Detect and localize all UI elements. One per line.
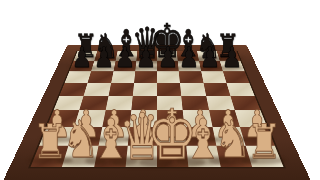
photo-background: ♜♞♝♛♚♝♞♜♟♟♟♟♟♟♟♟♟♟♟♟♟♟♟♟♜♞♝♛♚♝♞♜ [0,0,320,180]
square-b5[interactable] [84,83,111,96]
square-h5[interactable] [226,83,254,96]
piece-white-rook-h1[interactable]: ♜ [242,118,285,166]
piece-black-pawn-h7[interactable]: ♟ [219,43,244,71]
black-pawn-icon: ♟ [221,43,242,71]
white-rook-icon: ♜ [246,118,281,166]
square-c5[interactable] [108,83,134,96]
